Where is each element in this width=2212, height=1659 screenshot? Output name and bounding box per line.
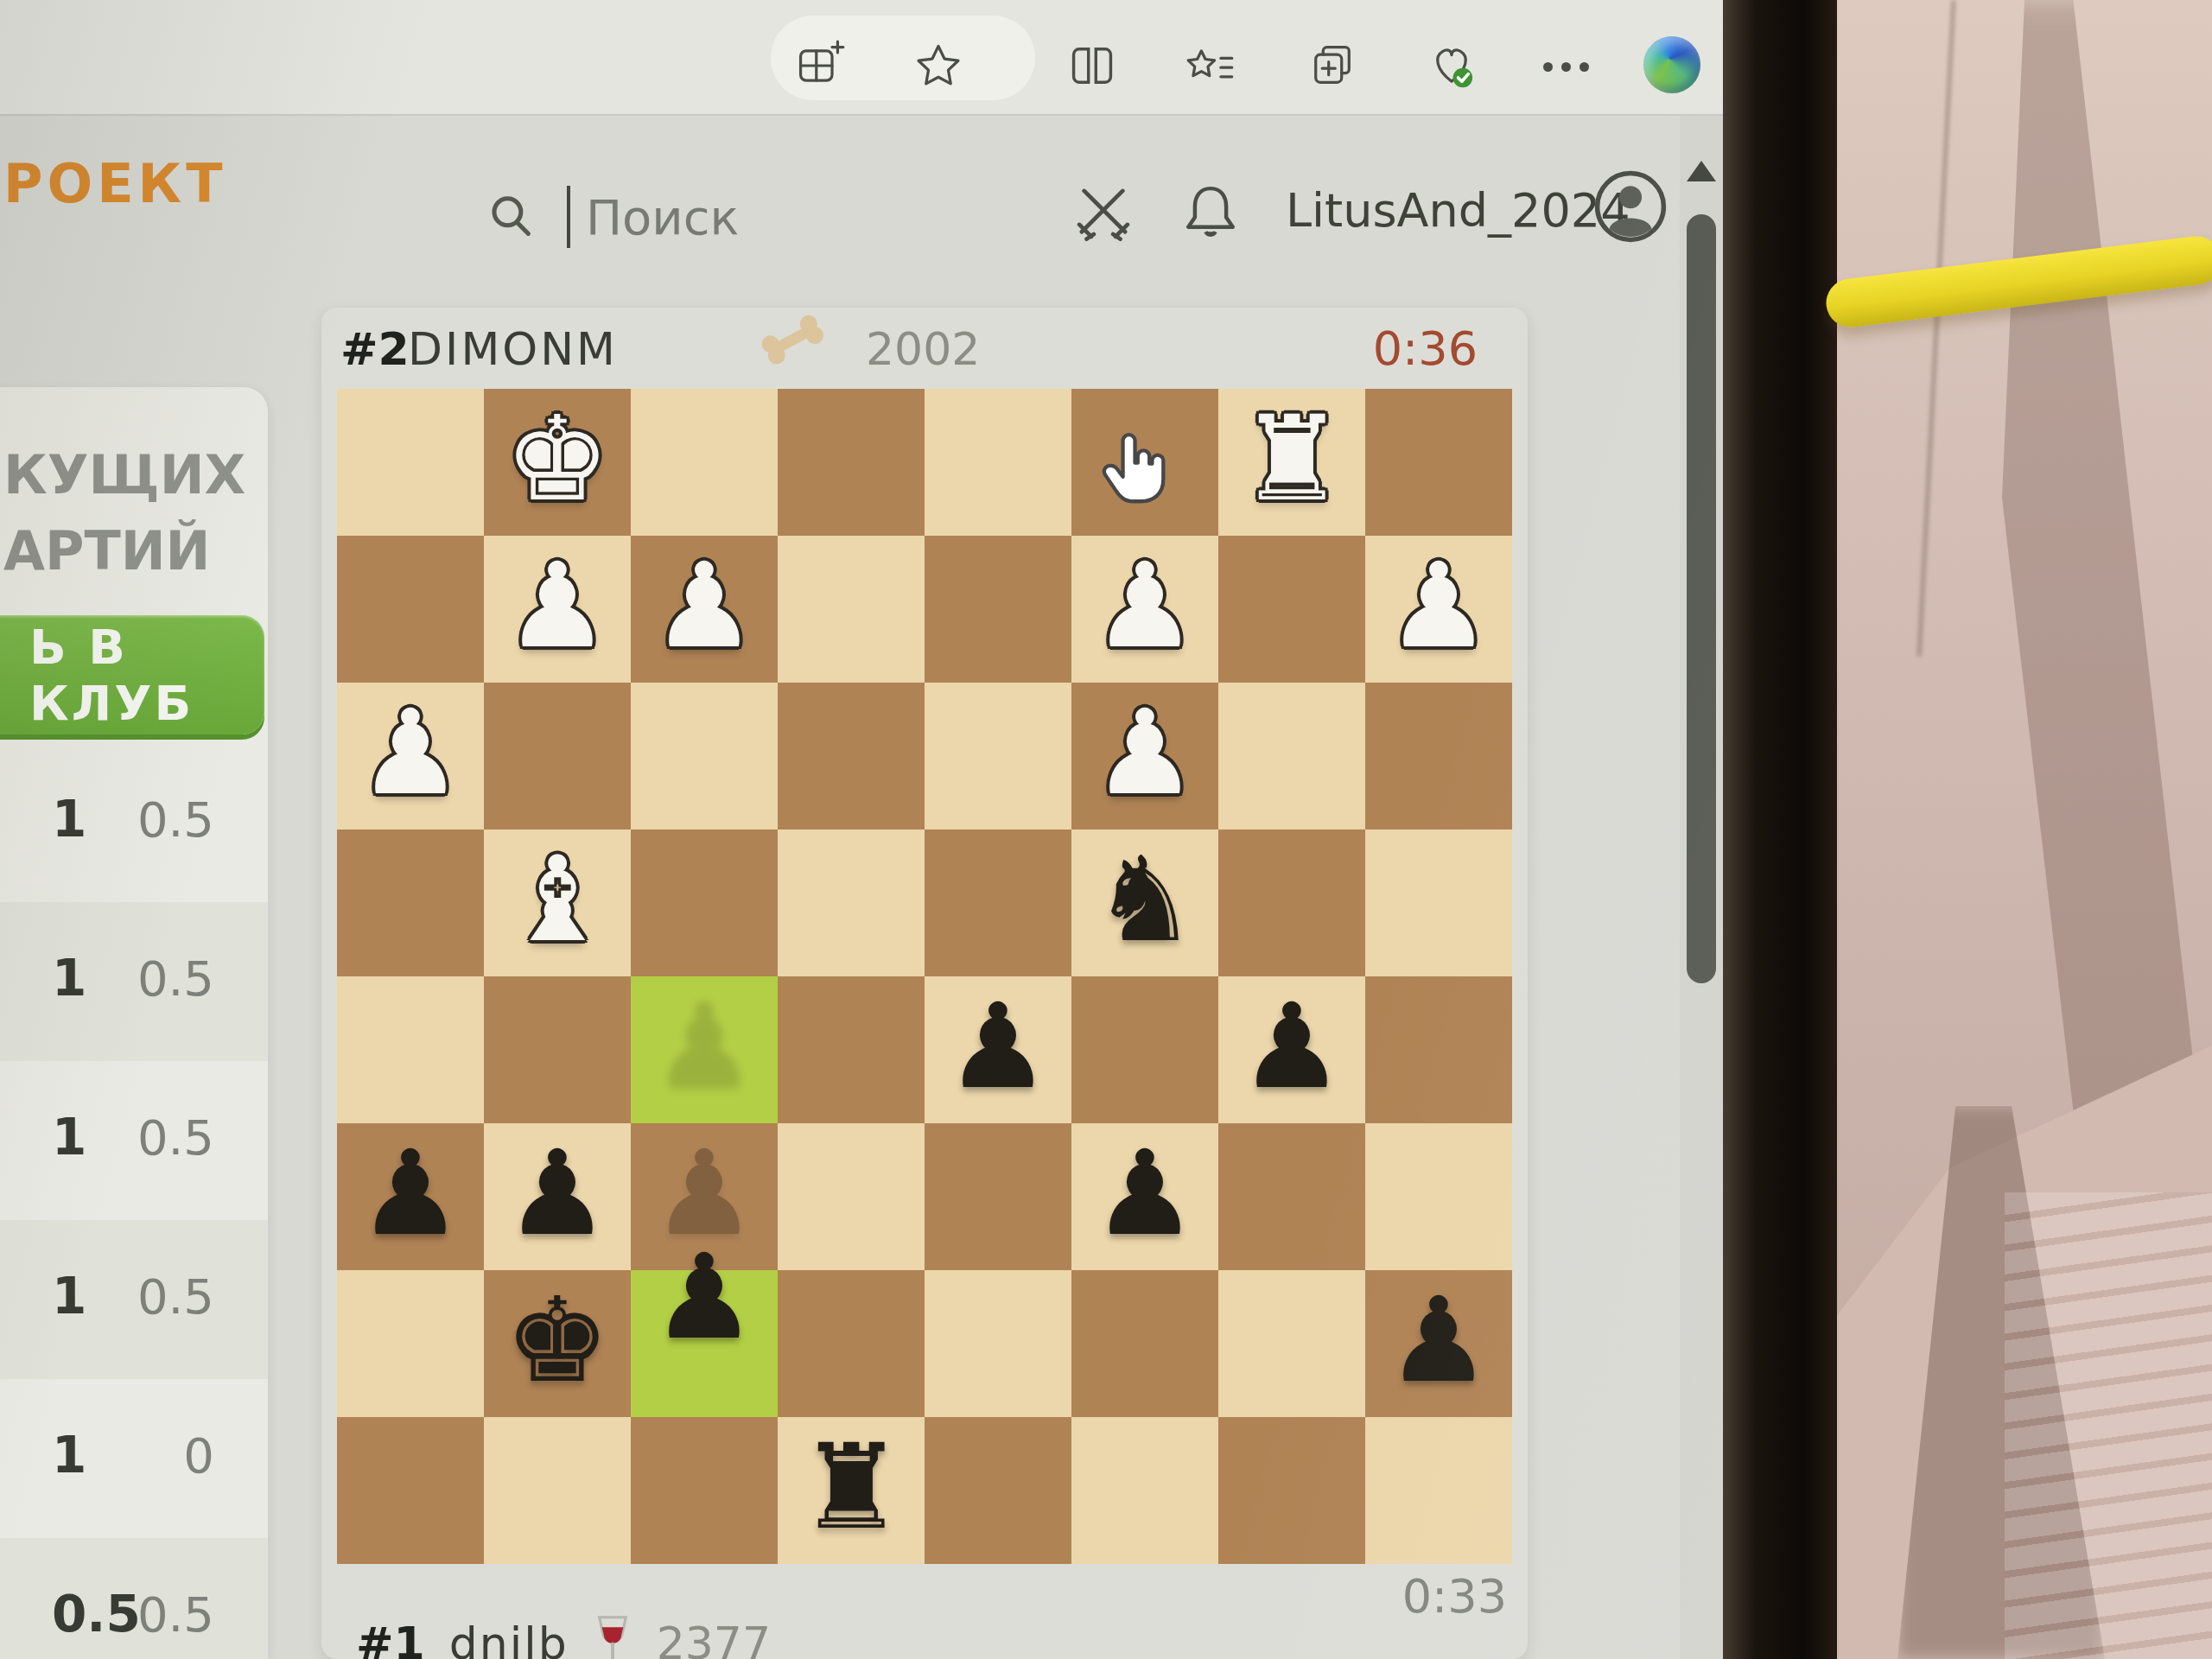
square-c6r5[interactable] [1071, 976, 1218, 1123]
square-c5r8[interactable] [925, 1417, 1071, 1564]
workspaces-add-icon[interactable] [791, 38, 847, 93]
bottom-player-clock: 0:33 [1402, 1569, 1507, 1624]
sidebar-heading: КУЩИХ АРТИЙ [3, 437, 245, 589]
white-pawn-g2[interactable]: ♟ [484, 536, 631, 683]
site-logo-text[interactable]: РОЕКТ [3, 152, 226, 215]
copilot-icon[interactable] [1643, 36, 1700, 93]
collections-icon[interactable] [1182, 38, 1237, 93]
board-number: #2 [340, 323, 410, 375]
black-pawn-moving-mover: ♟ [631, 1227, 778, 1374]
score-left: 1 [52, 949, 86, 1007]
score-row[interactable]: 0.5 0.5 [0, 1538, 268, 1659]
furniture-slats [2005, 1192, 2212, 1659]
browser-essentials-icon[interactable] [1424, 38, 1479, 93]
score-right: 0.5 [137, 791, 214, 848]
score-left: 1 [52, 1426, 86, 1484]
square-c7r2[interactable] [1218, 536, 1365, 683]
white-pawn-c2[interactable]: ♟ [1071, 536, 1218, 683]
split-screen-icon[interactable] [1065, 38, 1120, 93]
score-right: 0.5 [137, 950, 214, 1007]
square-c5r7[interactable] [925, 1270, 1071, 1417]
square-c7r3[interactable] [1218, 683, 1365, 829]
black-king-g7[interactable]: ♚ [484, 1270, 631, 1417]
wine-glass-icon [593, 1614, 632, 1659]
user-avatar-icon[interactable] [1593, 169, 1668, 244]
square-c4r1[interactable] [778, 389, 925, 536]
black-pawn-h6[interactable]: ♟ [337, 1123, 484, 1270]
top-player-name[interactable]: DIMONM [408, 323, 618, 375]
square-c5r3[interactable] [925, 683, 1071, 829]
game-card: #2 DIMONM 2002 0:36 ♚♜♟♟♟♟♟♟♝♞♟♟♟♟♟♚♟♜♟♟… [321, 308, 1528, 1659]
black-pawn-c6[interactable]: ♟ [1071, 1123, 1218, 1270]
chess-board[interactable]: ♚♜♟♟♟♟♟♟♝♞♟♟♟♟♟♚♟♜♟♟♟ [337, 389, 1512, 1564]
white-pawn-h3[interactable]: ♟ [337, 683, 484, 829]
username-link[interactable]: LitusAnd_2024 [1286, 183, 1630, 238]
square-c1r1[interactable] [337, 389, 484, 536]
square-c4r6[interactable] [778, 1123, 925, 1270]
black-pawn-b5[interactable]: ♟ [1218, 976, 1365, 1123]
square-c7r7[interactable] [1218, 1270, 1365, 1417]
favorites-star-icon[interactable] [911, 38, 966, 93]
hand-cursor-icon [1097, 427, 1172, 508]
square-c5r2[interactable] [925, 536, 1071, 683]
square-c6r7[interactable] [1071, 1270, 1218, 1417]
bone-icon [754, 308, 840, 387]
bottom-player-bar: 0:33 #1 dnilb 2377 [321, 1564, 1528, 1659]
monitor-bezel [1723, 0, 1837, 1659]
join-club-button-label: Ь В КЛУБ [29, 619, 264, 731]
square-c8r5[interactable] [1365, 976, 1512, 1123]
white-king-g1[interactable]: ♚ [484, 389, 631, 536]
search-icon [484, 189, 539, 245]
square-c7r6[interactable] [1218, 1123, 1365, 1270]
square-c6r8[interactable] [1071, 1417, 1218, 1564]
challenges-crossed-swords-icon[interactable] [1065, 169, 1142, 256]
square-c4r4[interactable] [778, 829, 925, 976]
notifications-bell-icon[interactable] [1172, 169, 1249, 256]
search-placeholder: Поиск [586, 189, 739, 245]
sidebar-card: КУЩИХ АРТИЙ Ь В КЛУБ 1 0.5 1 0.5 1 0.5 [0, 387, 268, 1659]
bottom-player-rating: 2377 [657, 1618, 771, 1659]
square-c1r2[interactable] [337, 536, 484, 683]
score-row[interactable]: 1 0.5 [0, 743, 268, 902]
white-bishop-g4[interactable]: ♝ [484, 829, 631, 976]
square-c8r8[interactable] [1365, 1417, 1512, 1564]
square-c5r1[interactable] [925, 389, 1071, 536]
browser-window: РОЕКТ Поиск LitusAnd_2024 КУЩИХ АРТИЙ [0, 0, 1723, 1659]
square-c1r5[interactable] [337, 976, 484, 1123]
bottom-player-name[interactable]: dnilb [449, 1618, 569, 1659]
square-c7r8[interactable] [1218, 1417, 1365, 1564]
white-pawn-c3[interactable]: ♟ [1071, 683, 1218, 829]
square-c3r4[interactable] [631, 829, 778, 976]
black-pawn-g6[interactable]: ♟ [484, 1123, 631, 1270]
score-right: 0.5 [137, 1109, 214, 1166]
square-c8r6[interactable] [1365, 1123, 1512, 1270]
score-list: 1 0.5 1 0.5 1 0.5 1 0.5 1 0 [0, 743, 268, 1659]
sidebar-heading-line1: КУЩИХ [3, 437, 245, 513]
top-player-clock: 0:36 [1373, 321, 1478, 376]
square-c8r4[interactable] [1365, 829, 1512, 976]
black-pawn-moving-arrive: ♟ [631, 976, 778, 1123]
score-row[interactable]: 1 0 [0, 1379, 268, 1538]
text-cursor [567, 186, 570, 248]
black-rook-e8[interactable]: ♜ [778, 1417, 925, 1564]
square-c1r4[interactable] [337, 829, 484, 976]
white-pawn-a2[interactable]: ♟ [1365, 536, 1512, 683]
square-c4r3[interactable] [778, 683, 925, 829]
square-c4r7[interactable] [778, 1270, 925, 1417]
white-pawn-f2[interactable]: ♟ [631, 536, 778, 683]
more-options-icon[interactable] [1538, 62, 1593, 76]
score-left: 1 [52, 1267, 86, 1325]
top-player-rating: 2002 [866, 323, 980, 375]
square-c4r5[interactable] [778, 976, 925, 1123]
score-row[interactable]: 1 0.5 [0, 1061, 268, 1220]
sidebar-heading-line2: АРТИЙ [3, 513, 245, 589]
score-row[interactable]: 1 0.5 [0, 902, 268, 1061]
square-c8r3[interactable] [1365, 683, 1512, 829]
square-c3r3[interactable] [631, 683, 778, 829]
square-c1r8[interactable] [337, 1417, 484, 1564]
score-right: 0 [183, 1427, 214, 1484]
square-c1r7[interactable] [337, 1270, 484, 1417]
square-c5r6[interactable] [925, 1123, 1071, 1270]
bottom-player-line: #1 dnilb 2377 [356, 1618, 771, 1659]
search-input[interactable]: Поиск [484, 169, 933, 264]
square-c2r3[interactable] [484, 683, 631, 829]
square-c3r8[interactable] [631, 1417, 778, 1564]
black-pawn-d5[interactable]: ♟ [925, 976, 1071, 1123]
browser-toolbar [0, 0, 1723, 116]
score-left: 1 [52, 790, 86, 849]
scrollbar-up-arrow[interactable] [1687, 161, 1716, 181]
square-c8r1[interactable] [1365, 389, 1512, 536]
scrollbar-thumb[interactable] [1687, 214, 1716, 983]
score-right: 0.5 [137, 1586, 214, 1643]
square-c5r4[interactable] [925, 829, 1071, 976]
photo-of-monitor: РОЕКТ Поиск LitusAnd_2024 КУЩИХ АРТИЙ [0, 0, 2212, 1659]
square-c3r1[interactable] [631, 389, 778, 536]
board-number: #1 [356, 1618, 425, 1659]
join-club-button[interactable]: Ь В КЛУБ [0, 615, 264, 734]
black-knight-c4[interactable]: ♞ [1071, 829, 1218, 976]
square-c4r2[interactable] [778, 536, 925, 683]
score-left: 1 [52, 1108, 86, 1166]
score-right: 0.5 [137, 1268, 214, 1325]
black-pawn-a7[interactable]: ♟ [1365, 1270, 1512, 1417]
top-player-bar: #2 DIMONM 2002 0:36 [321, 308, 1528, 389]
square-c7r4[interactable] [1218, 829, 1365, 976]
square-c2r5[interactable] [484, 976, 631, 1123]
white-rook-b1[interactable]: ♜ [1218, 389, 1365, 536]
score-row[interactable]: 1 0.5 [0, 1220, 268, 1379]
square-c2r8[interactable] [484, 1417, 631, 1564]
duplicate-tab-icon[interactable] [1305, 38, 1360, 93]
score-left: 0.5 [52, 1585, 141, 1643]
